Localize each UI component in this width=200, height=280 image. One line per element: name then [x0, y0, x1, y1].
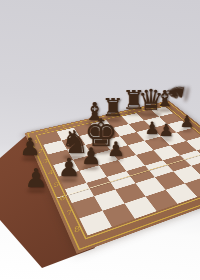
rank-label-6: 6: [57, 194, 67, 202]
rank-label-5: 5: [51, 181, 61, 188]
piece-shadow: [183, 86, 190, 102]
rank-label-7: 7: [63, 209, 74, 218]
product-photo: 12345678 abcdefgh ♞♝♜♛♜♝♟♟♟♚♞♟♟♟♟♟: [0, 0, 200, 280]
rank-label-8: 8: [70, 225, 82, 235]
rank-label-1: 1: [32, 139, 40, 144]
rank-label-4: 4: [45, 169, 54, 175]
rank-label-3: 3: [40, 158, 49, 164]
rank-label-2: 2: [36, 148, 45, 153]
